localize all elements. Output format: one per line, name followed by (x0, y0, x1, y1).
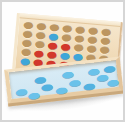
tray-disc: ● (27, 92, 41, 99)
tray-disc: ● (87, 68, 101, 75)
blue-disc: ● (20, 58, 31, 65)
tray-disc: ● (40, 83, 54, 90)
tray-disc: ● (103, 65, 117, 72)
board-cell-r5c1[interactable]: ● (18, 56, 32, 66)
tray-disc: ● (82, 83, 96, 90)
tray-disc: ● (68, 79, 82, 86)
tray-disc: ● (33, 76, 47, 83)
tray-disc: ● (106, 79, 120, 86)
product-photo: ●●●●●●●●●●●●●●●●●●●●●●●●●●●●●●●●●●● ●●●●… (0, 0, 125, 122)
tray-disc: ● (61, 71, 75, 78)
tray-disc: ● (55, 87, 69, 94)
